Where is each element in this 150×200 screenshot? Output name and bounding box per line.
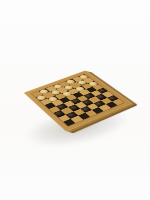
product-photo <box>0 0 150 200</box>
